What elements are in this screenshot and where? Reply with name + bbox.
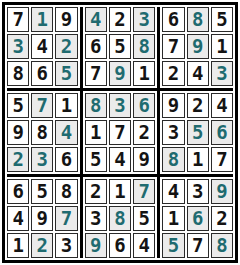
cell-r4c2[interactable]: 7	[31, 93, 53, 118]
cell-r9c6[interactable]: 4	[133, 233, 155, 258]
cell-r1c4[interactable]: 4	[85, 7, 107, 32]
cell-r3c1[interactable]: 8	[7, 61, 29, 86]
cell-r2c3[interactable]: 2	[55, 34, 77, 59]
cell-r6c6[interactable]: 9	[133, 147, 155, 172]
cell-r1c3[interactable]: 9	[55, 7, 77, 32]
box-separator-horizontal-2	[7, 174, 233, 177]
box-separator-vertical-1	[80, 7, 83, 258]
cell-r7c5[interactable]: 1	[109, 179, 131, 204]
cell-r4c1[interactable]: 5	[7, 93, 29, 118]
cell-r2c2[interactable]: 4	[31, 34, 53, 59]
cell-r1c6[interactable]: 3	[133, 7, 155, 32]
cell-r8c8[interactable]: 6	[187, 206, 209, 231]
cell-r4c7[interactable]: 9	[162, 93, 184, 118]
cell-r2c9[interactable]: 1	[211, 34, 233, 59]
cell-r4c5[interactable]: 3	[109, 93, 131, 118]
cell-r6c7[interactable]: 8	[162, 147, 184, 172]
cell-r6c4[interactable]: 5	[85, 147, 107, 172]
cell-r3c8[interactable]: 4	[187, 61, 209, 86]
cell-r6c5[interactable]: 4	[109, 147, 131, 172]
cell-r5c4[interactable]: 1	[85, 120, 107, 145]
cell-r5c1[interactable]: 9	[7, 120, 29, 145]
cell-r7c7[interactable]: 4	[162, 179, 184, 204]
cell-r3c9[interactable]: 3	[211, 61, 233, 86]
cell-r9c4[interactable]: 9	[85, 233, 107, 258]
cell-r9c7[interactable]: 5	[162, 233, 184, 258]
cell-r8c5[interactable]: 8	[109, 206, 131, 231]
cell-r7c2[interactable]: 5	[31, 179, 53, 204]
cell-r5c7[interactable]: 3	[162, 120, 184, 145]
cell-r2c7[interactable]: 7	[162, 34, 184, 59]
cell-r2c6[interactable]: 8	[133, 34, 155, 59]
cell-r7c1[interactable]: 6	[7, 179, 29, 204]
cell-r4c3[interactable]: 1	[55, 93, 77, 118]
cell-r8c7[interactable]: 1	[162, 206, 184, 231]
cell-r1c7[interactable]: 6	[162, 7, 184, 32]
cell-r6c8[interactable]: 1	[187, 147, 209, 172]
box-separator-horizontal-1	[7, 88, 233, 91]
cell-r5c3[interactable]: 4	[55, 120, 77, 145]
cell-r3c2[interactable]: 6	[31, 61, 53, 86]
cell-r5c5[interactable]: 7	[109, 120, 131, 145]
cell-r1c2[interactable]: 1	[31, 7, 53, 32]
cell-r5c8[interactable]: 5	[187, 120, 209, 145]
cell-r8c4[interactable]: 3	[85, 206, 107, 231]
box-separator-vertical-2	[157, 7, 160, 258]
cell-r1c9[interactable]: 5	[211, 7, 233, 32]
cell-r3c5[interactable]: 9	[109, 61, 131, 86]
cell-r7c3[interactable]: 8	[55, 179, 77, 204]
cell-r2c4[interactable]: 6	[85, 34, 107, 59]
board-frame: 7194236853426587918657912435718369249841…	[2, 2, 238, 263]
cell-r3c7[interactable]: 2	[162, 61, 184, 86]
cell-r4c9[interactable]: 4	[211, 93, 233, 118]
cell-r8c2[interactable]: 9	[31, 206, 53, 231]
cell-r8c1[interactable]: 4	[7, 206, 29, 231]
cell-r9c3[interactable]: 3	[55, 233, 77, 258]
cell-r9c9[interactable]: 8	[211, 233, 233, 258]
cell-r6c9[interactable]: 7	[211, 147, 233, 172]
cell-r8c6[interactable]: 5	[133, 206, 155, 231]
cell-r9c1[interactable]: 1	[7, 233, 29, 258]
cell-r1c5[interactable]: 2	[109, 7, 131, 32]
cell-r8c3[interactable]: 7	[55, 206, 77, 231]
cell-r3c4[interactable]: 7	[85, 61, 107, 86]
cell-r7c8[interactable]: 3	[187, 179, 209, 204]
cell-r4c8[interactable]: 2	[187, 93, 209, 118]
cell-r3c3[interactable]: 5	[55, 61, 77, 86]
cell-r1c8[interactable]: 8	[187, 7, 209, 32]
cell-r7c6[interactable]: 7	[133, 179, 155, 204]
cell-r6c3[interactable]: 6	[55, 147, 77, 172]
cell-r9c2[interactable]: 2	[31, 233, 53, 258]
cell-r9c5[interactable]: 6	[109, 233, 131, 258]
cell-r5c9[interactable]: 6	[211, 120, 233, 145]
cell-r6c1[interactable]: 2	[7, 147, 29, 172]
cell-r5c2[interactable]: 8	[31, 120, 53, 145]
cell-r3c6[interactable]: 1	[133, 61, 155, 86]
cell-r8c9[interactable]: 2	[211, 206, 233, 231]
cell-r2c1[interactable]: 3	[7, 34, 29, 59]
cell-r9c8[interactable]: 7	[187, 233, 209, 258]
cell-r4c6[interactable]: 6	[133, 93, 155, 118]
cell-r7c9[interactable]: 9	[211, 179, 233, 204]
cell-r5c6[interactable]: 2	[133, 120, 155, 145]
cell-r6c2[interactable]: 3	[31, 147, 53, 172]
sudoku-board: 7194236853426587918657912435718369249841…	[7, 7, 233, 258]
cell-r7c4[interactable]: 2	[85, 179, 107, 204]
cell-r1c1[interactable]: 7	[7, 7, 29, 32]
cell-r2c8[interactable]: 9	[187, 34, 209, 59]
cell-r2c5[interactable]: 5	[109, 34, 131, 59]
cell-r4c4[interactable]: 8	[85, 93, 107, 118]
